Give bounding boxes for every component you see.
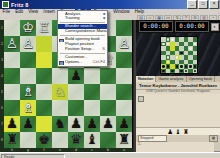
submenu-arrow-icon: ▸: [103, 16, 105, 21]
square-f3[interactable]: [36, 52, 52, 68]
mini-piece: [171, 38, 174, 41]
mini-piece: [189, 65, 192, 68]
piece-bN-e7[interactable]: ♞: [52, 116, 68, 132]
square-b7[interactable]: ♟: [100, 116, 116, 132]
rank-label-2: 2: [0, 36, 4, 52]
mini-piece: [162, 43, 165, 46]
mini-piece: [185, 65, 188, 68]
piece-wB-g5[interactable]: ♗: [20, 84, 36, 100]
status-bar: Ready: [0, 152, 220, 158]
square-g5[interactable]: ♗: [20, 84, 36, 100]
piece-bP-b7[interactable]: ♟: [100, 116, 116, 132]
square-g2[interactable]: ♙: [20, 36, 36, 52]
rank-label-5: 5: [0, 84, 4, 100]
square-c7[interactable]: ♟: [84, 116, 100, 132]
square-g8[interactable]: [20, 132, 36, 148]
square-a6[interactable]: [116, 100, 132, 116]
piece-wN-e5[interactable]: ♘: [52, 84, 68, 100]
engine-header: Stopped ▦: [136, 135, 220, 142]
square-c5[interactable]: [84, 84, 100, 100]
right-panel: 0:00:00 0:00:00 ◐ NotationGame analysisO…: [136, 20, 220, 152]
black-clock: 0:00:00: [175, 21, 209, 32]
clock-panel: 0:00:00 0:00:00 ◐: [136, 20, 220, 33]
rank-label-3: 3: [0, 52, 4, 68]
square-g1[interactable]: ♔: [20, 20, 36, 36]
square-a1[interactable]: [116, 20, 132, 36]
square-f8[interactable]: ♚: [36, 132, 52, 148]
mini-piece: [194, 65, 197, 68]
square-g7[interactable]: ♟: [20, 116, 36, 132]
app-icon: [2, 1, 9, 8]
mini-piece: [180, 65, 183, 68]
square-a2[interactable]: ♙: [116, 36, 132, 52]
piece-bK-f8[interactable]: ♚: [36, 132, 52, 148]
mini-piece: [171, 70, 174, 73]
status-text: Ready: [1, 154, 65, 158]
mini-board: [160, 36, 198, 74]
clock-mode-button[interactable]: ◐: [211, 23, 219, 31]
square-h7[interactable]: ♟: [4, 116, 20, 132]
mini-square: [193, 69, 198, 74]
piece-bR-a8[interactable]: ♜: [116, 132, 132, 148]
menu-item-training[interactable]: Training▸: [58, 16, 107, 21]
mini-piece: [167, 38, 170, 41]
title-bar: Fritz 8 _ □ ×: [0, 0, 220, 9]
square-a7[interactable]: ♟: [116, 116, 132, 132]
piece-bQ-d8[interactable]: ♛: [68, 132, 84, 148]
square-f5[interactable]: [36, 84, 52, 100]
square-f4[interactable]: [36, 68, 52, 84]
close-button[interactable]: ×: [209, 0, 219, 9]
maximize-button[interactable]: □: [198, 0, 208, 9]
square-e8[interactable]: [52, 132, 68, 148]
rank-label-6: 6: [0, 100, 4, 116]
mini-piece: [176, 56, 179, 59]
square-d4[interactable]: ♟: [68, 68, 84, 84]
square-a8[interactable]: ♜: [116, 132, 132, 148]
square-g4[interactable]: [20, 68, 36, 84]
rank-label-1: 1: [0, 20, 4, 36]
piece-bR-h8[interactable]: ♜: [4, 132, 20, 148]
square-d7[interactable]: ♟: [68, 116, 84, 132]
square-a5[interactable]: [116, 84, 132, 100]
square-h8[interactable]: ♜: [4, 132, 20, 148]
square-h1[interactable]: [4, 20, 20, 36]
square-f1[interactable]: ♖: [36, 20, 52, 36]
square-b5[interactable]: [100, 84, 116, 100]
square-f6[interactable]: [36, 100, 52, 116]
square-b8[interactable]: [100, 132, 116, 148]
engine-status: Stopped: [138, 135, 167, 142]
square-f2[interactable]: [36, 36, 52, 52]
mini-piece: [185, 70, 188, 73]
mini-piece: [194, 43, 197, 46]
square-e4[interactable]: [52, 68, 68, 84]
mini-piece: [194, 70, 197, 73]
square-h6[interactable]: [4, 100, 20, 116]
piece-wB-g6[interactable]: ♗: [20, 100, 36, 116]
square-c8[interactable]: ♝: [84, 132, 100, 148]
square-e7[interactable]: ♞: [52, 116, 68, 132]
piece-bP-g7[interactable]: ♟: [20, 116, 36, 132]
mini-piece: [167, 65, 170, 68]
square-h2[interactable]: ♙: [4, 36, 20, 52]
piece-wP-h2[interactable]: ♙: [4, 36, 20, 52]
square-c6[interactable]: [84, 100, 100, 116]
piece-wP-g2[interactable]: ♙: [20, 36, 36, 52]
mini-piece: [167, 61, 170, 64]
piece-bP-c7[interactable]: ♟: [84, 116, 100, 132]
square-b4[interactable]: [100, 68, 116, 84]
photo-panel: [136, 33, 220, 76]
clipboard-icon: [138, 96, 144, 102]
square-e5[interactable]: ♘: [52, 84, 68, 100]
mini-piece: [167, 43, 170, 46]
notation-area[interactable]: [136, 94, 220, 127]
menu-item-position-setup[interactable]: Position Setup...S: [58, 47, 107, 52]
menu-shortcut: Ctrl-F4: [92, 60, 105, 65]
mini-piece: [167, 56, 170, 59]
square-h5[interactable]: [4, 84, 20, 100]
square-d6[interactable]: [68, 100, 84, 116]
mini-piece: [162, 65, 165, 68]
rank-label-4: 4: [0, 68, 4, 84]
tools-dropdown-menu: Analysis▸Training▸Blunder search...Corre…: [57, 10, 108, 67]
mini-piece: [162, 70, 165, 73]
menu-shortcut: S: [102, 47, 105, 52]
engine-grid-button[interactable]: ▦: [209, 135, 218, 142]
minimize-button[interactable]: _: [187, 0, 197, 9]
square-f7[interactable]: [36, 116, 52, 132]
mini-piece: [180, 52, 183, 55]
piece-wR-f1[interactable]: ♖: [36, 20, 52, 36]
application-window: Fritz 8 _ □ × FileEditViewInsertGameTool…: [0, 0, 220, 158]
menu-item-icon: [59, 61, 64, 65]
square-a3[interactable]: [116, 52, 132, 68]
square-b6[interactable]: [100, 100, 116, 116]
mini-piece: [189, 47, 192, 50]
menu-item-correspondence-management[interactable]: Correspondence Management: [58, 29, 107, 34]
piece-bP-h7[interactable]: ♟: [4, 116, 20, 132]
square-h3[interactable]: [4, 52, 20, 68]
square-a4[interactable]: [116, 68, 132, 84]
piece-bP-d7[interactable]: ♟: [68, 116, 84, 132]
menu-item-options[interactable]: Options...Ctrl-F4: [58, 60, 107, 65]
piece-bP-d4[interactable]: ♟: [68, 68, 84, 84]
window-title: Fritz 8: [11, 2, 187, 8]
square-d5[interactable]: [68, 84, 84, 100]
square-d8[interactable]: ♛: [68, 132, 84, 148]
square-e6[interactable]: [52, 100, 68, 116]
piece-bP-a7[interactable]: ♟: [116, 116, 132, 132]
mini-piece: [176, 65, 179, 68]
piece-wK-g1[interactable]: ♔: [20, 20, 36, 36]
mini-piece: [180, 70, 183, 73]
piece-wP-a2[interactable]: ♙: [116, 36, 132, 52]
rank-label-7: 7: [0, 116, 4, 132]
square-h4[interactable]: [4, 68, 20, 84]
square-g3[interactable]: [20, 52, 36, 68]
square-g6[interactable]: ♗: [20, 100, 36, 116]
piece-bB-c8[interactable]: ♝: [84, 132, 100, 148]
white-clock: 0:00:00: [139, 21, 173, 32]
square-c4[interactable]: [84, 68, 100, 84]
rank-label-8: 8: [0, 132, 4, 148]
